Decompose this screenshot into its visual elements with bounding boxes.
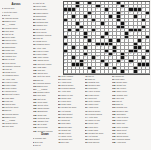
- newspaper-crossword-page: Across 1 Opera solo4 Gets the point6 Big…: [0, 0, 150, 150]
- clue-item: 54 Chess piece: [2, 90, 30, 93]
- clue-item: 30 Paris airport: [58, 113, 82, 116]
- clue-item: 24 Not at all: [2, 33, 30, 36]
- clue-number: 81: [33, 18, 35, 20]
- clue-item: 35 Sea eagle: [58, 122, 82, 125]
- clue-item: 88 Lyric poem: [33, 31, 57, 34]
- clue-number: 137: [33, 123, 36, 125]
- cell-number: 25: [97, 8, 98, 9]
- clue-number: 63: [2, 109, 4, 111]
- clue-number: 3: [33, 144, 34, 146]
- clue-number: 85: [33, 24, 35, 26]
- cell-number: 99: [138, 49, 139, 50]
- clue-item: 80 Quick look: [85, 122, 109, 125]
- clue-number: 11: [2, 17, 4, 19]
- clue-item: 3 Ski lift: [33, 144, 57, 147]
- cell-number: 10: [113, 1, 114, 2]
- cell-number: 51: [92, 22, 93, 23]
- clue-item: 91 Hot spring: [85, 135, 109, 138]
- cell-number: 2: [68, 1, 69, 2]
- clue-item: 72 Tehran native: [2, 122, 30, 125]
- clue-number: 52: [2, 84, 4, 86]
- clue-column-2: 74 Not at all75 River sight76 Greek lett…: [33, 2, 57, 148]
- cell-number: 63: [64, 32, 65, 33]
- clue-item: 40 Summer coolers: [2, 65, 30, 68]
- clue-item: 41 Quaint inn: [58, 129, 82, 132]
- cell-number: 39: [121, 15, 122, 16]
- cell-number: 135: [146, 66, 148, 67]
- cell-number: 40: [138, 15, 139, 16]
- clue-number: 70: [85, 110, 87, 112]
- clue-item: 38 Be in debt: [2, 58, 30, 61]
- cell-number: 84: [88, 42, 89, 43]
- clue-number: 84: [85, 129, 87, 131]
- clue-item: 67 Gala event: [85, 103, 109, 106]
- clue-item: 52 Poker stake: [2, 84, 30, 87]
- clue-item: 59 Opera solo: [2, 103, 30, 106]
- clue-number: 74: [33, 2, 35, 4]
- cell-number: 35: [138, 12, 139, 13]
- cell-number: 114: [64, 60, 66, 61]
- clue-number: 95: [33, 43, 35, 45]
- clue-item: 74 Not at all: [33, 2, 57, 5]
- cell-number: 105: [130, 53, 132, 54]
- clue-item: 15 Opera house: [58, 84, 82, 87]
- clue-item: 56 Coastal flier: [85, 81, 109, 84]
- clue-number: 4: [2, 11, 3, 13]
- clue-number: 24: [58, 100, 60, 102]
- clue-number: 19: [2, 23, 4, 25]
- clue-item: 94 Road curve: [33, 40, 57, 43]
- cell-number: 18: [64, 5, 65, 6]
- cell-number: 43: [72, 18, 73, 19]
- clue-item: 90 Tiny bit: [33, 37, 57, 40]
- cell-number: 5: [84, 1, 85, 2]
- clue-number: 109: [33, 72, 36, 74]
- clue-item: 97 Comic bit: [112, 75, 149, 78]
- clue-number: 34: [58, 119, 60, 121]
- clue-item: 70 Opera house: [85, 110, 109, 113]
- cell-number: 124: [117, 63, 119, 64]
- clue-number: 111: [33, 75, 36, 77]
- cell-number: 34: [130, 12, 131, 13]
- clue-item: 27 Cleans the deck: [58, 106, 82, 109]
- clue-item: 60 Scoundrel: [85, 87, 109, 90]
- clue-number: 39: [2, 62, 4, 64]
- cell-number: 48: [134, 18, 135, 19]
- cell-number: 73: [88, 36, 89, 37]
- clue-number: 49: [85, 75, 87, 77]
- cell-number: 50: [80, 22, 81, 23]
- cell-number: 11: [121, 1, 122, 2]
- clue-number: 21: [2, 27, 4, 29]
- clue-item: 87 Be in debt: [33, 28, 57, 31]
- clue-item: 68 Bakery buy: [2, 116, 30, 119]
- cell-number: 86: [117, 42, 118, 43]
- cell-number: 117: [105, 60, 107, 61]
- clue-item: 69 Yoga need: [85, 106, 109, 109]
- clue-item: 44 Choir voice: [58, 135, 82, 138]
- clue-item: 66 Mineral spring: [2, 113, 30, 116]
- clue-number: 67: [85, 103, 87, 105]
- clue-item: 71 Fencing sword: [85, 113, 109, 116]
- clue-item: 26 River sight: [2, 36, 30, 39]
- clue-number: 54: [2, 90, 4, 92]
- clue-item: 42 Tiny bit: [2, 68, 30, 71]
- cell-number: 78: [92, 39, 93, 40]
- cell-number: 119: [134, 60, 136, 61]
- cell-number: 139: [138, 70, 140, 71]
- cell-number: 70: [134, 32, 135, 33]
- cell-number: 109: [76, 56, 78, 57]
- clue-item: 98 Kind of exam: [33, 50, 57, 53]
- clue-number: 4: [33, 147, 34, 148]
- clue-number: 56: [85, 81, 87, 83]
- cell-number: 19: [80, 5, 81, 6]
- clue-item: 103 Novelist Ferber: [33, 63, 57, 66]
- clue-item: 99 Sea eagle: [112, 78, 149, 81]
- clue-number: 60: [85, 87, 87, 89]
- cell-number: 57: [125, 25, 126, 26]
- clue-item: 14 Yoga need: [58, 81, 82, 84]
- clue-number: 30: [58, 113, 60, 115]
- cell-number: 137: [97, 70, 99, 71]
- clue-item: 83 Mythical bird: [33, 21, 57, 24]
- clue-item: 130 Brainstorm: [33, 110, 57, 113]
- cell-number: 17: [146, 1, 147, 2]
- clue-item: 11 Mineral spring: [2, 17, 30, 20]
- cell-number: 1: [64, 1, 65, 2]
- cell-number: 103: [113, 53, 115, 54]
- clue-number: 75: [33, 5, 35, 7]
- cell-number: 82: [146, 39, 147, 40]
- clue-number: 99: [33, 53, 35, 55]
- clue-number: 20: [58, 94, 60, 96]
- cell-number: 61: [121, 29, 122, 30]
- cell-number: 13: [130, 1, 131, 2]
- clue-number: 78: [33, 12, 35, 14]
- cell-number: 96: [68, 49, 69, 50]
- clue-number: 58: [2, 100, 4, 102]
- grid-cell[interactable]: [146, 70, 150, 73]
- clue-item: 103 Tax expert: [112, 87, 149, 90]
- clue-item: 1 Opera solo: [2, 7, 30, 10]
- clue-number: 100: [112, 81, 115, 83]
- cell-number: 111: [97, 56, 99, 57]
- clue-item: 57 Map abbr.: [2, 97, 30, 100]
- clue-item: 119 Golf goal: [33, 94, 57, 97]
- cell-number: 115: [84, 60, 86, 61]
- clue-item: 51 Egg on: [85, 78, 109, 81]
- cell-number: 132: [117, 66, 119, 67]
- cell-number: 27: [121, 8, 122, 9]
- clue-number: 6: [2, 14, 3, 16]
- clue-column-5: 97 Comic bit99 Sea eagle100 Dress edge10…: [112, 75, 149, 149]
- clue-item: 132 Sushi fish: [33, 114, 57, 117]
- clue-item: 106 Clumsy sort: [112, 94, 149, 97]
- cell-number: 55: [84, 25, 85, 26]
- clue-number: 53: [2, 87, 4, 89]
- clue-item: 32 Mild cheese: [58, 116, 82, 119]
- clue-number: 96: [33, 47, 35, 49]
- clue-number: 72: [2, 122, 4, 124]
- clue-item: 134 Fencing sword: [112, 138, 149, 141]
- cell-number: 131: [105, 66, 107, 67]
- clue-item: 135 Arctic bird: [112, 141, 149, 144]
- clue-item: 104 Map abbr.: [33, 66, 57, 69]
- clue-number: 17: [58, 90, 60, 92]
- clue-number: 77: [85, 119, 87, 121]
- crossword-grid: 1234567891011121314151617181920212223242…: [63, 1, 151, 75]
- clue-number: 29: [2, 42, 4, 44]
- clue-number: 124: [112, 116, 115, 118]
- clue-item: 89 Summer coolers: [33, 34, 57, 37]
- clue-number: 41: [58, 129, 60, 131]
- cell-number: 47: [121, 18, 122, 19]
- clue-item: 111 Gets the point: [33, 75, 57, 78]
- cell-number: 32: [105, 12, 106, 13]
- clue-item: 61 Have a meal: [85, 90, 109, 93]
- clue-number: 101: [33, 59, 36, 61]
- clue-item: 4 Egg on: [33, 147, 57, 148]
- clue-number: 36: [2, 52, 4, 54]
- clue-number: 13: [58, 78, 60, 80]
- clue-item: 105 Choir voice: [112, 90, 149, 93]
- cell-number: 72: [68, 36, 69, 37]
- cell-number: 87: [138, 42, 139, 43]
- cell-number: 122: [101, 63, 103, 64]
- cell-number: 60: [117, 29, 118, 30]
- clue-item: 62 Gets the point: [2, 106, 30, 109]
- clue-item: 118 Toledo's lake: [112, 110, 149, 113]
- cell-number: 129: [80, 66, 82, 67]
- clue-item: 78 Salon supply: [33, 12, 57, 15]
- cell-number: 104: [125, 53, 127, 54]
- clue-item: 139 Summer coolers: [33, 130, 57, 133]
- clue-item: 100 Wine region: [33, 56, 57, 59]
- cell-number: 118: [121, 60, 123, 61]
- cell-number: 8: [105, 1, 106, 2]
- clue-number: 93: [85, 141, 87, 143]
- clue-item: 24 Long story: [58, 100, 82, 103]
- clue-number: 105: [112, 90, 115, 92]
- cell-number: 54: [64, 25, 65, 26]
- clue-number: 133: [112, 135, 115, 137]
- clue-item: 47 Stadium cheer: [2, 74, 30, 77]
- clue-number: 94: [33, 40, 35, 42]
- clue-number: 61: [85, 90, 87, 92]
- clue-item: 82 Long story: [85, 126, 109, 129]
- clue-number: 68: [2, 116, 4, 118]
- clue-number: 103: [33, 63, 36, 65]
- clue-item: 116 Coastal flier: [112, 106, 149, 109]
- clue-item: 48 Deli loaf: [58, 141, 82, 144]
- clue-item: 122 Scoundrel: [112, 113, 149, 116]
- clue-number: 139: [33, 130, 36, 132]
- cell-number: 90: [88, 46, 89, 47]
- clue-item: 17 Arctic bird: [58, 90, 82, 93]
- clue-item: 110 Ski lift: [112, 100, 149, 103]
- clue-item: 107 Deli loaf: [112, 97, 149, 100]
- cell-number: 45: [97, 18, 98, 19]
- cell-number: 33: [121, 12, 122, 13]
- clue-item: 81 Sushi fish: [33, 18, 57, 21]
- clue-number: 118: [112, 110, 115, 112]
- clue-number: 32: [58, 116, 60, 118]
- clue-number: 112: [112, 103, 115, 105]
- clue-number: 110: [112, 100, 115, 102]
- clue-item: 22 Quick look: [58, 97, 82, 100]
- clue-number: 64: [85, 97, 87, 99]
- clue-item: 79 Brainstorm: [33, 15, 57, 18]
- clue-number: 25: [58, 103, 60, 105]
- cell-number: 3: [72, 1, 73, 2]
- clue-item: 100 Dress edge: [112, 81, 149, 84]
- clue-number: 82: [85, 126, 87, 128]
- clue-item: 4 Gets the point: [2, 11, 30, 14]
- clue-number: 88: [33, 31, 35, 33]
- clue-item: 25 Train track: [58, 103, 82, 106]
- clue-number: 47: [2, 74, 4, 76]
- clue-item: 6 Big rig: [2, 14, 30, 17]
- clue-number: 114: [33, 82, 36, 84]
- cell-number: 59: [97, 29, 98, 30]
- clue-number: 89: [33, 34, 35, 36]
- clue-number: 87: [33, 28, 35, 30]
- cell-number: 53: [125, 22, 126, 23]
- clue-item: 112 Egg on: [112, 103, 149, 106]
- clue-number: 46: [58, 138, 60, 140]
- clue-number: 62: [85, 94, 87, 96]
- cell-number: 133: [138, 66, 140, 67]
- clue-number: 43: [58, 132, 60, 134]
- clue-number: 24: [2, 33, 4, 35]
- clue-item: 58 Pod unit: [2, 100, 30, 103]
- cell-number: 20: [88, 5, 89, 6]
- clue-number: 55: [2, 93, 4, 95]
- cell-number: 24: [76, 8, 77, 9]
- clue-item: 39 Lyric poem: [2, 62, 30, 65]
- clue-item: 36 Mythical bird: [2, 52, 30, 55]
- cell-number: 134: [142, 66, 144, 67]
- cell-number: 21: [101, 5, 102, 6]
- cell-number: 23: [125, 5, 126, 6]
- clue-item: 12 Witty remark: [58, 75, 82, 78]
- clue-item: 76 Greek letter: [33, 8, 57, 11]
- clue-number: 126: [33, 107, 36, 109]
- clue-item: 21 Tehran native: [2, 27, 30, 30]
- cell-number: 107: [146, 53, 148, 54]
- clue-item: 29 Hot spring: [58, 110, 82, 113]
- clue-item: 85 Garden tool: [33, 24, 57, 27]
- clue-number: 38: [58, 126, 60, 128]
- clue-item: 53 Wine region: [2, 87, 30, 90]
- clue-number: 65: [85, 100, 87, 102]
- clue-number: 113: [33, 79, 36, 81]
- cell-number: 56: [101, 25, 102, 26]
- cell-number: 29: [64, 12, 65, 13]
- clue-number: 2: [33, 141, 34, 143]
- clue-item: 115 Bakery buy: [33, 85, 57, 88]
- clue-item: 93 Mild cheese: [85, 141, 109, 144]
- cell-number: 91: [97, 46, 98, 47]
- clue-item: 19 ___ Lanka: [2, 23, 30, 26]
- clue-number: 90: [33, 37, 35, 39]
- clue-number: 130: [33, 110, 36, 112]
- clue-number: 134: [112, 138, 115, 140]
- clue-number: 103: [112, 87, 115, 89]
- clue-number: 100: [33, 56, 36, 58]
- cell-number: 6: [92, 1, 93, 2]
- clue-number: 115: [33, 85, 36, 87]
- clue-item: 131 Yoga need: [112, 132, 149, 135]
- cell-number: 108: [64, 56, 66, 57]
- clue-number: 128: [112, 126, 115, 128]
- clue-item: 73 Golf goal: [2, 125, 30, 128]
- cell-number: 52: [105, 22, 106, 23]
- clue-number: 28: [2, 39, 4, 41]
- cell-number: 121: [84, 63, 86, 64]
- clue-item: 121 River sight: [33, 101, 57, 104]
- cell-number: 76: [64, 39, 65, 40]
- cell-number: 98: [117, 49, 118, 50]
- clue-number: 27: [58, 106, 60, 108]
- clue-item: 136 Garden tool: [33, 120, 57, 123]
- clue-number: 131: [112, 132, 115, 134]
- clue-number: 102: [112, 84, 115, 86]
- cell-number: 42: [68, 18, 69, 19]
- clue-number: 58: [85, 84, 87, 86]
- clue-number: 99: [112, 78, 114, 80]
- clue-item: 133 Mythical bird: [33, 117, 57, 120]
- clue-item: 55 Novelist Ferber: [2, 93, 30, 96]
- cell-number: 62: [142, 29, 143, 30]
- cell-number: 28: [142, 8, 143, 9]
- clue-number: 35: [58, 122, 60, 124]
- clue-item: 37 Garden tool: [2, 55, 30, 58]
- clue-item: 137 Be in debt: [33, 123, 57, 126]
- cell-number: 120: [64, 63, 66, 64]
- clue-number: 33: [2, 49, 4, 51]
- clue-number: 117: [33, 88, 36, 90]
- clue-number: 50: [2, 81, 4, 83]
- clue-number: 16: [58, 87, 60, 89]
- clue-number: 29: [58, 110, 60, 112]
- cell-number: 41: [146, 15, 147, 16]
- clue-number: 1: [33, 137, 34, 139]
- clue-item: 23 Golf goal: [2, 30, 30, 33]
- cell-number: 110: [84, 56, 86, 57]
- clue-item: 74 Arctic bird: [85, 116, 109, 119]
- clue-number: 14: [58, 81, 60, 83]
- clue-number: 76: [33, 8, 35, 10]
- clue-item: 118 Tehran native: [33, 91, 57, 94]
- clue-item: 13 Gala event: [58, 78, 82, 81]
- clue-number: 69: [85, 106, 87, 108]
- clue-number: 48: [58, 141, 60, 143]
- clue-item: 133 Opera house: [112, 135, 149, 138]
- cell-number: 15: [138, 1, 139, 2]
- cell-number: 44: [84, 18, 85, 19]
- cell-number: 49: [64, 22, 65, 23]
- clue-item: 84 Train track: [85, 129, 109, 132]
- cell-number: 92: [101, 46, 102, 47]
- clue-number: 125: [112, 119, 115, 121]
- cell-number: 38: [88, 15, 89, 16]
- clue-number: 97: [112, 75, 114, 77]
- clue-number: 37: [2, 55, 4, 57]
- cell-number: 16: [142, 1, 143, 2]
- cell-number: 4: [80, 1, 81, 2]
